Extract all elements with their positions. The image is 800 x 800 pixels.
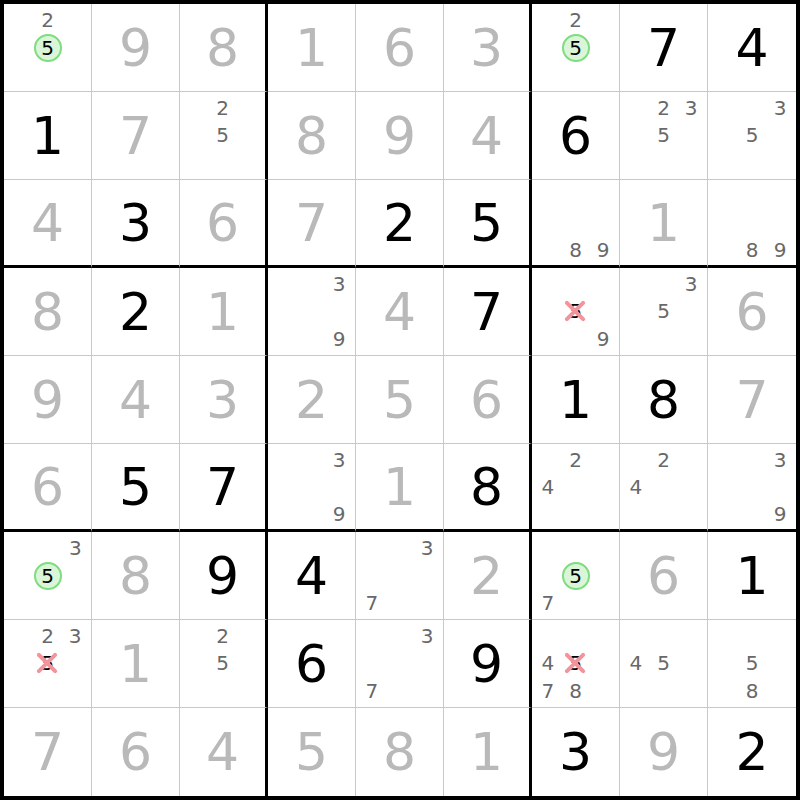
candidate-slot	[622, 149, 650, 177]
candidate-slot: 5	[650, 298, 678, 326]
cell-r5c5[interactable]: 5	[356, 356, 444, 444]
candidate-slot	[622, 677, 650, 705]
candidate-slot	[589, 209, 617, 236]
big-digit: 7	[295, 197, 328, 249]
candidate-slot	[589, 298, 617, 326]
cell-r2c6[interactable]: 4	[444, 92, 532, 180]
candidate-slot: 2	[650, 446, 678, 473]
candidate-slot	[766, 622, 794, 650]
cell-r7c1[interactable]: 35	[4, 532, 92, 620]
candidate-slot	[766, 182, 794, 209]
candidate-slot	[562, 534, 590, 562]
candidates-grid: 25	[182, 94, 263, 177]
candidate-slot	[534, 236, 562, 263]
cell-r8c1[interactable]: 235	[4, 620, 92, 708]
candidate-digit: 9	[597, 329, 610, 349]
cell-r9c7[interactable]: 3	[532, 708, 620, 796]
candidate-slot	[622, 298, 650, 326]
big-digit: 7	[470, 286, 503, 338]
candidate-slot	[298, 325, 326, 353]
big-digit: 9	[383, 110, 416, 162]
candidate-slot	[34, 534, 62, 562]
candidate-slot: 2	[650, 94, 678, 122]
candidate-digit: 5	[216, 125, 229, 145]
candidate-slot	[534, 6, 562, 34]
cell-r1c8[interactable]: 7	[620, 4, 708, 92]
candidate-slot	[710, 94, 738, 122]
big-digit: 1	[119, 638, 152, 690]
candidate-slot: 2	[34, 622, 62, 650]
big-digit: 4	[735, 22, 768, 74]
candidate-slot: 5	[34, 562, 62, 590]
cell-r7c5[interactable]: 37	[356, 532, 444, 620]
big-digit: 1	[383, 461, 416, 513]
big-digit: 4	[206, 726, 239, 778]
candidate-slot	[622, 325, 650, 353]
big-digit: 9	[119, 22, 152, 74]
big-digit: 1	[470, 726, 503, 778]
candidate-digit: 9	[333, 329, 346, 349]
candidate-slot: 5	[562, 34, 590, 62]
cell-r9c1[interactable]: 7	[4, 708, 92, 796]
cell-r5c4[interactable]: 2	[268, 356, 356, 444]
candidate-slot	[589, 270, 617, 298]
candidate-slot	[738, 446, 766, 473]
cell-r7c4[interactable]: 4	[268, 532, 356, 620]
candidate-slot	[386, 562, 414, 590]
cell-r4c1[interactable]: 8	[4, 268, 92, 356]
candidate-slot	[710, 622, 738, 650]
big-digit: 3	[559, 726, 592, 778]
candidate-digit: 3	[333, 450, 346, 470]
cell-r2c2[interactable]: 7	[92, 92, 180, 180]
candidate-slot	[534, 534, 562, 562]
candidates-grid: 235	[622, 94, 705, 177]
cell-r3c8[interactable]: 1	[620, 180, 708, 268]
candidate-slot: 2	[209, 94, 236, 122]
cell-r7c9[interactable]: 1	[708, 532, 796, 620]
candidates-grid: 25	[182, 622, 263, 705]
candidate-slot	[590, 62, 618, 90]
candidate-digit: 7	[365, 681, 378, 701]
cell-r9c4[interactable]: 5	[268, 708, 356, 796]
candidate-slot	[209, 149, 236, 177]
candidate-slot	[182, 650, 209, 678]
candidate-slot	[650, 325, 678, 353]
candidate-slot	[386, 534, 414, 562]
big-digit: 5	[470, 197, 503, 249]
candidate-slot	[562, 209, 590, 236]
cell-r1c2[interactable]: 9	[92, 4, 180, 92]
cell-r3c1[interactable]: 4	[4, 180, 92, 268]
cell-r1c4[interactable]: 1	[268, 4, 356, 92]
candidate-slot	[358, 534, 386, 562]
cell-r8c6[interactable]: 9	[444, 620, 532, 708]
candidate-slot	[236, 122, 263, 150]
candidate-slot	[34, 677, 62, 705]
cell-r7c3[interactable]: 9	[180, 532, 268, 620]
candidate-slot	[710, 446, 738, 473]
candidate-slot	[298, 270, 326, 298]
candidate-slot	[677, 122, 705, 150]
cell-r7c7[interactable]: 57	[532, 532, 620, 620]
cell-r6c6[interactable]: 8	[444, 444, 532, 532]
candidate-slot	[677, 650, 705, 678]
candidate-digit: 3	[333, 274, 346, 294]
cell-r9c5[interactable]: 8	[356, 708, 444, 796]
candidate-slot: 3	[766, 446, 794, 473]
candidate-slot	[590, 562, 618, 590]
cell-r2c8[interactable]: 235	[620, 92, 708, 180]
big-digit: 3	[119, 197, 152, 249]
candidate-slot	[650, 473, 678, 500]
candidate-slot	[590, 534, 618, 562]
candidate-digit: 4	[541, 477, 554, 497]
candidate-digit: 7	[541, 681, 554, 701]
eliminated-candidate-x: 5	[569, 301, 582, 321]
cell-r3c6[interactable]: 5	[444, 180, 532, 268]
eliminated-candidate-x: 5	[41, 653, 54, 673]
candidate-slot	[710, 473, 738, 500]
cell-r1c1[interactable]: 25	[4, 4, 92, 92]
candidate-slot	[766, 209, 794, 236]
candidate-slot	[386, 622, 414, 650]
candidate-slot: 4	[534, 650, 562, 678]
candidate-slot	[236, 149, 263, 177]
cell-r8c4[interactable]: 6	[268, 620, 356, 708]
cell-r6c7[interactable]: 24	[532, 444, 620, 532]
big-digit: 4	[470, 110, 503, 162]
big-digit: 4	[31, 197, 64, 249]
candidate-slot: 9	[589, 325, 617, 353]
candidate-slot	[677, 149, 705, 177]
candidate-digit: 8	[746, 240, 759, 260]
cell-r9c3[interactable]: 4	[180, 708, 268, 796]
big-digit: 1	[31, 110, 64, 162]
candidate-slot	[562, 590, 590, 618]
cell-r6c2[interactable]: 5	[92, 444, 180, 532]
candidate-slot	[562, 62, 590, 90]
cell-r5c2[interactable]: 4	[92, 356, 180, 444]
cell-r3c3[interactable]: 6	[180, 180, 268, 268]
candidate-slot: 2	[209, 622, 236, 650]
cell-r1c7[interactable]: 25	[532, 4, 620, 92]
candidates-grid: 45	[622, 622, 705, 705]
candidate-digit: 5	[657, 653, 670, 673]
cell-r1c6[interactable]: 3	[444, 4, 532, 92]
cell-r1c3[interactable]: 8	[180, 4, 268, 92]
candidate-slot	[270, 446, 298, 473]
candidate-slot: 5	[738, 122, 766, 150]
candidate-digit: 3	[685, 98, 698, 118]
candidate-slot	[270, 325, 298, 353]
cell-r5c1[interactable]: 9	[4, 356, 92, 444]
candidates-grid: 35	[6, 534, 89, 617]
cell-r6c8[interactable]: 24	[620, 444, 708, 532]
candidate-slot	[358, 622, 386, 650]
candidate-slot: 4	[622, 473, 650, 500]
big-digit: 1	[295, 22, 328, 74]
cell-r9c6[interactable]: 1	[444, 708, 532, 796]
candidate-slot	[590, 34, 618, 62]
candidate-slot	[386, 589, 414, 617]
candidate-slot	[325, 298, 353, 326]
cell-r2c3[interactable]: 25	[180, 92, 268, 180]
big-digit: 2	[470, 550, 503, 602]
candidate-slot	[413, 650, 441, 678]
cell-r3c2[interactable]: 3	[92, 180, 180, 268]
candidate-slot: 7	[358, 589, 386, 617]
candidates-grid: 39	[710, 446, 794, 527]
candidate-slot: 3	[766, 94, 794, 122]
candidate-digit: 4	[629, 653, 642, 673]
candidate-slot: 3	[325, 446, 353, 473]
cell-r2c4[interactable]: 8	[268, 92, 356, 180]
big-digit: 6	[647, 550, 680, 602]
candidate-slot	[562, 182, 590, 209]
cell-r2c1[interactable]: 1	[4, 92, 92, 180]
candidate-slot	[677, 446, 705, 473]
candidate-slot	[534, 298, 562, 326]
cell-r8c8[interactable]: 45	[620, 620, 708, 708]
cell-r5c3[interactable]: 3	[180, 356, 268, 444]
candidate-digit: 2	[41, 10, 54, 30]
cell-r4c3[interactable]: 1	[180, 268, 268, 356]
candidates-grid: 89	[710, 182, 794, 263]
big-digit: 6	[31, 461, 64, 513]
candidate-slot	[589, 677, 617, 705]
cell-r3c9[interactable]: 89	[708, 180, 796, 268]
candidate-slot	[710, 677, 738, 705]
candidate-digit: 3	[69, 626, 82, 646]
cell-r2c5[interactable]: 9	[356, 92, 444, 180]
cell-r1c9[interactable]: 4	[708, 4, 796, 92]
candidate-slot: 8	[738, 677, 766, 705]
candidate-slot: 4	[534, 473, 562, 500]
candidate-digit: 3	[685, 274, 698, 294]
candidate-digit: 9	[333, 504, 346, 524]
candidate-slot	[62, 562, 90, 590]
candidate-slot	[710, 182, 738, 209]
candidate-slot	[589, 446, 617, 473]
candidate-slot	[534, 325, 562, 353]
candidate-slot	[710, 650, 738, 678]
candidate-slot	[6, 650, 34, 678]
candidate-digit: 8	[746, 681, 759, 701]
candidates-grid: 24	[622, 446, 705, 527]
candidate-slot: 9	[325, 325, 353, 353]
cell-r5c7[interactable]: 1	[532, 356, 620, 444]
candidate-slot	[650, 270, 678, 298]
candidate-digit: 5	[746, 653, 759, 673]
candidate-slot	[413, 677, 441, 705]
cell-r8c2[interactable]: 1	[92, 620, 180, 708]
candidate-slot	[6, 590, 34, 618]
candidate-slot	[738, 473, 766, 500]
candidate-slot	[270, 500, 298, 527]
candidate-slot: 8	[738, 236, 766, 263]
candidate-slot: 8	[562, 677, 590, 705]
candidate-slot: 3	[62, 534, 90, 562]
candidate-slot: 3	[413, 534, 441, 562]
cell-r8c5[interactable]: 37	[356, 620, 444, 708]
cell-r4c5[interactable]: 4	[356, 268, 444, 356]
sudoku-board: 2598163257417258946235354367258918982139…	[0, 0, 800, 800]
big-digit: 4	[383, 286, 416, 338]
candidate-slot	[534, 209, 562, 236]
big-digit: 9	[31, 374, 64, 426]
cell-r4c8[interactable]: 35	[620, 268, 708, 356]
candidate-slot	[534, 562, 562, 590]
cell-r9c8[interactable]: 9	[620, 708, 708, 796]
candidate-slot: 5	[738, 650, 766, 678]
big-digit: 6	[119, 726, 152, 778]
big-digit: 8	[470, 461, 503, 513]
candidates-grid: 25	[534, 6, 617, 89]
candidate-slot: 8	[562, 236, 590, 263]
candidate-slot	[562, 270, 590, 298]
candidate-slot: 7	[358, 677, 386, 705]
candidate-slot	[622, 622, 650, 650]
cell-r4c2[interactable]: 2	[92, 268, 180, 356]
candidate-slot	[534, 270, 562, 298]
candidate-slot	[182, 677, 209, 705]
candidate-slot	[182, 94, 209, 122]
candidate-digit: 9	[774, 504, 787, 524]
cell-r3c5[interactable]: 2	[356, 180, 444, 268]
cell-r1c5[interactable]: 6	[356, 4, 444, 92]
candidate-digit: 5	[746, 125, 759, 145]
candidate-slot: 2	[562, 6, 590, 34]
cell-r7c8[interactable]: 6	[620, 532, 708, 620]
cell-r2c7[interactable]: 6	[532, 92, 620, 180]
candidate-slot	[182, 149, 209, 177]
candidate-slot	[61, 677, 89, 705]
candidate-digit: 2	[657, 450, 670, 470]
cell-r8c3[interactable]: 25	[180, 620, 268, 708]
candidate-slot	[62, 62, 90, 90]
candidate-digit: 9	[597, 240, 610, 260]
cell-r9c2[interactable]: 6	[92, 708, 180, 796]
candidate-slot: 5	[34, 650, 62, 678]
cell-r4c4[interactable]: 39	[268, 268, 356, 356]
candidate-slot: 5	[209, 650, 236, 678]
candidate-slot	[589, 182, 617, 209]
cell-r6c4[interactable]: 39	[268, 444, 356, 532]
big-digit: 2	[383, 197, 416, 249]
candidate-slot	[622, 122, 650, 150]
candidate-slot	[738, 94, 766, 122]
big-digit: 1	[559, 374, 592, 426]
candidate-slot	[6, 34, 34, 62]
big-digit: 8	[295, 110, 328, 162]
candidates-grid: 89	[534, 182, 617, 263]
big-digit: 4	[119, 374, 152, 426]
big-digit: 6	[559, 110, 592, 162]
candidate-slot	[236, 622, 263, 650]
candidate-slot	[386, 650, 414, 678]
candidate-slot	[738, 622, 766, 650]
candidate-slot	[710, 500, 738, 527]
cell-r8c9[interactable]: 58	[708, 620, 796, 708]
cell-r4c7[interactable]: 59	[532, 268, 620, 356]
candidates-grid: 25	[6, 6, 89, 89]
candidate-slot	[589, 500, 617, 527]
cell-r5c6[interactable]: 6	[444, 356, 532, 444]
candidate-digit: 9	[774, 240, 787, 260]
candidate-slot: 7	[534, 590, 562, 618]
candidate-slot: 5	[562, 298, 590, 326]
cell-r4c9[interactable]: 6	[708, 268, 796, 356]
candidate-slot	[677, 325, 705, 353]
candidate-slot	[236, 650, 263, 678]
big-digit: 2	[735, 726, 768, 778]
candidate-slot	[562, 473, 590, 500]
candidate-slot	[562, 500, 590, 527]
cell-r5c9[interactable]: 7	[708, 356, 796, 444]
cell-r8c7[interactable]: 4578	[532, 620, 620, 708]
candidate-digit: 2	[216, 626, 229, 646]
candidate-slot	[738, 209, 766, 236]
candidate-digit: 4	[541, 653, 554, 673]
big-digit: 3	[470, 22, 503, 74]
cell-r7c2[interactable]: 8	[92, 532, 180, 620]
cell-r4c6[interactable]: 7	[444, 268, 532, 356]
big-digit: 8	[383, 726, 416, 778]
candidate-slot	[6, 622, 34, 650]
cell-r6c1[interactable]: 6	[4, 444, 92, 532]
candidate-digit: 8	[569, 240, 582, 260]
cell-r6c5[interactable]: 1	[356, 444, 444, 532]
cell-r7c6[interactable]: 2	[444, 532, 532, 620]
candidate-slot: 5	[650, 122, 678, 150]
candidate-slot	[766, 122, 794, 150]
candidate-slot: 5	[562, 562, 590, 590]
candidate-slot	[562, 325, 590, 353]
cell-r3c7[interactable]: 89	[532, 180, 620, 268]
candidate-slot: 9	[766, 500, 794, 527]
candidate-slot	[236, 677, 263, 705]
cell-r5c8[interactable]: 8	[620, 356, 708, 444]
cell-r9c9[interactable]: 2	[708, 708, 796, 796]
candidate-slot	[6, 534, 34, 562]
candidate-slot	[589, 650, 617, 678]
cell-r2c9[interactable]: 35	[708, 92, 796, 180]
candidate-slot	[358, 562, 386, 590]
candidate-digit: 7	[365, 593, 378, 613]
candidate-slot: 5	[34, 34, 62, 62]
candidate-slot	[590, 6, 618, 34]
eliminated-candidate-x: 5	[569, 653, 582, 673]
cell-r6c3[interactable]: 7	[180, 444, 268, 532]
candidate-slot	[766, 650, 794, 678]
candidates-grid: 4578	[534, 622, 617, 705]
candidate-slot	[534, 62, 562, 90]
candidates-grid: 59	[534, 270, 617, 353]
candidate-slot	[325, 473, 353, 500]
candidate-slot	[590, 590, 618, 618]
candidate-slot: 9	[325, 500, 353, 527]
placement-circle-candidate: 5	[562, 562, 590, 590]
candidate-slot	[766, 677, 794, 705]
candidate-slot	[62, 34, 90, 62]
candidate-digit: 2	[41, 626, 54, 646]
candidate-slot	[650, 622, 678, 650]
cell-r3c4[interactable]: 7	[268, 180, 356, 268]
candidate-digit: 3	[774, 450, 787, 470]
cell-r6c9[interactable]: 39	[708, 444, 796, 532]
candidates-grid: 235	[6, 622, 89, 705]
